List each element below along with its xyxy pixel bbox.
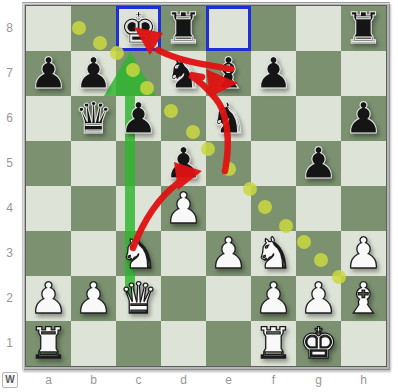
- white-pawn-h3[interactable]: ♟: [344, 231, 383, 276]
- white-pawn-g2[interactable]: ♟: [299, 276, 338, 321]
- square-e8[interactable]: [206, 6, 251, 51]
- square-c4[interactable]: [116, 186, 161, 231]
- square-e6[interactable]: ♞: [206, 96, 251, 141]
- square-h8[interactable]: ♜: [341, 6, 386, 51]
- white-pawn-b2[interactable]: ♟: [74, 276, 113, 321]
- black-knight-d7[interactable]: ♞: [164, 51, 203, 96]
- black-knight-e6[interactable]: ♞: [209, 96, 248, 141]
- square-d7[interactable]: ♞: [161, 51, 206, 96]
- square-a5[interactable]: [26, 141, 71, 186]
- square-b8[interactable]: [71, 6, 116, 51]
- file-label-a: a: [26, 370, 71, 390]
- square-f8[interactable]: [251, 6, 296, 51]
- white-knight-f3[interactable]: ♞: [254, 231, 293, 276]
- square-d6[interactable]: [161, 96, 206, 141]
- black-pawn-f7[interactable]: ♟: [254, 51, 293, 96]
- rank-label-3: 3: [0, 231, 19, 276]
- file-label-f: f: [251, 370, 296, 390]
- square-b6[interactable]: ♛: [71, 96, 116, 141]
- square-b3[interactable]: [71, 231, 116, 276]
- file-label-b: b: [71, 370, 116, 390]
- square-d3[interactable]: [161, 231, 206, 276]
- white-pawn-f2[interactable]: ♟: [254, 276, 293, 321]
- square-h3[interactable]: ♟: [341, 231, 386, 276]
- square-g1[interactable]: ♚: [296, 321, 341, 366]
- file-label-e: e: [206, 370, 251, 390]
- square-e7[interactable]: ♝: [206, 51, 251, 96]
- square-b4[interactable]: [71, 186, 116, 231]
- file-label-g: g: [296, 370, 341, 390]
- square-f4[interactable]: [251, 186, 296, 231]
- square-f6[interactable]: [251, 96, 296, 141]
- square-a7[interactable]: ♟: [26, 51, 71, 96]
- square-a3[interactable]: [26, 231, 71, 276]
- square-f5[interactable]: [251, 141, 296, 186]
- white-pawn-a2[interactable]: ♟: [29, 276, 68, 321]
- rank-label-7: 7: [0, 51, 19, 96]
- white-rook-f1[interactable]: ♜: [254, 321, 293, 366]
- black-pawn-c6[interactable]: ♟: [119, 96, 158, 141]
- rank-label-6: 6: [0, 96, 19, 141]
- white-king-g1[interactable]: ♚: [299, 321, 338, 366]
- square-c7[interactable]: [116, 51, 161, 96]
- white-knight-c3[interactable]: ♞: [119, 231, 158, 276]
- square-c3[interactable]: ♞: [116, 231, 161, 276]
- square-d5[interactable]: ♟: [161, 141, 206, 186]
- square-f3[interactable]: ♞: [251, 231, 296, 276]
- square-a2[interactable]: ♟: [26, 276, 71, 321]
- black-pawn-a7[interactable]: ♟: [29, 51, 68, 96]
- white-queen-c2[interactable]: ♛: [119, 276, 158, 321]
- square-c2[interactable]: ♛: [116, 276, 161, 321]
- square-d2[interactable]: [161, 276, 206, 321]
- square-b7[interactable]: ♟: [71, 51, 116, 96]
- black-pawn-d5[interactable]: ♟: [164, 141, 203, 186]
- black-king-c8[interactable]: ♚: [119, 6, 158, 51]
- rank-labels: 87654321: [0, 6, 20, 366]
- square-e4[interactable]: [206, 186, 251, 231]
- square-h4[interactable]: [341, 186, 386, 231]
- square-g7[interactable]: [296, 51, 341, 96]
- square-c6[interactable]: ♟: [116, 96, 161, 141]
- rank-label-2: 2: [0, 276, 19, 321]
- square-d1[interactable]: [161, 321, 206, 366]
- black-queen-b6[interactable]: ♛: [74, 96, 113, 141]
- square-h1[interactable]: [341, 321, 386, 366]
- white-rook-a1[interactable]: ♜: [29, 321, 68, 366]
- white-pawn-e3[interactable]: ♟: [209, 231, 248, 276]
- square-d4[interactable]: ♟: [161, 186, 206, 231]
- square-h2[interactable]: ♝: [341, 276, 386, 321]
- square-a8[interactable]: [26, 6, 71, 51]
- square-d8[interactable]: ♜: [161, 6, 206, 51]
- square-f1[interactable]: ♜: [251, 321, 296, 366]
- rank-label-8: 8: [0, 6, 19, 51]
- square-a4[interactable]: [26, 186, 71, 231]
- square-e1[interactable]: [206, 321, 251, 366]
- black-pawn-g5[interactable]: ♟: [299, 141, 338, 186]
- square-c8[interactable]: ♚: [116, 6, 161, 51]
- square-g6[interactable]: [296, 96, 341, 141]
- square-b1[interactable]: [71, 321, 116, 366]
- file-labels: abcdefgh: [26, 370, 386, 390]
- chess-board[interactable]: ♚♜♜♟♟♞♝♟♛♟♞♟♟♟♟♞♟♞♟♟♟♛♟♟♝♜♜♚: [26, 6, 386, 366]
- square-g2[interactable]: ♟: [296, 276, 341, 321]
- square-a6[interactable]: [26, 96, 71, 141]
- white-pawn-d4[interactable]: ♟: [164, 186, 203, 231]
- black-pawn-b7[interactable]: ♟: [74, 51, 113, 96]
- square-f7[interactable]: ♟: [251, 51, 296, 96]
- square-e3[interactable]: ♟: [206, 231, 251, 276]
- square-g5[interactable]: ♟: [296, 141, 341, 186]
- square-g8[interactable]: [296, 6, 341, 51]
- white-bishop-h2[interactable]: ♝: [344, 276, 383, 321]
- board-frame: ♚♜♜♟♟♞♝♟♛♟♞♟♟♟♟♞♟♞♟♟♟♛♟♟♝♜♜♚: [22, 2, 390, 370]
- black-rook-d8[interactable]: ♜: [164, 6, 203, 51]
- square-c5[interactable]: [116, 141, 161, 186]
- black-pawn-h6[interactable]: ♟: [344, 96, 383, 141]
- file-label-h: h: [341, 370, 386, 390]
- square-h7[interactable]: [341, 51, 386, 96]
- square-f2[interactable]: ♟: [251, 276, 296, 321]
- square-c1[interactable]: [116, 321, 161, 366]
- rank-label-4: 4: [0, 186, 19, 231]
- rank-label-5: 5: [0, 141, 19, 186]
- square-e5[interactable]: [206, 141, 251, 186]
- square-b2[interactable]: ♟: [71, 276, 116, 321]
- square-h6[interactable]: ♟: [341, 96, 386, 141]
- square-a1[interactable]: ♜: [26, 321, 71, 366]
- chess-gui-window: 87654321 ♚♜♜♟♟♞♝♟♛♟♞♟♟♟♟♞♟♞♟♟♟♛♟♟♝♜♜♚ ab…: [0, 0, 398, 392]
- square-b5[interactable]: [71, 141, 116, 186]
- black-rook-h8[interactable]: ♜: [344, 6, 383, 51]
- square-e2[interactable]: [206, 276, 251, 321]
- file-label-d: d: [161, 370, 206, 390]
- square-g4[interactable]: [296, 186, 341, 231]
- square-h5[interactable]: [341, 141, 386, 186]
- rank-label-1: 1: [0, 321, 19, 366]
- black-bishop-e7[interactable]: ♝: [209, 51, 248, 96]
- file-label-c: c: [116, 370, 161, 390]
- side-to-move-indicator: W: [2, 372, 18, 388]
- square-g3[interactable]: [296, 231, 341, 276]
